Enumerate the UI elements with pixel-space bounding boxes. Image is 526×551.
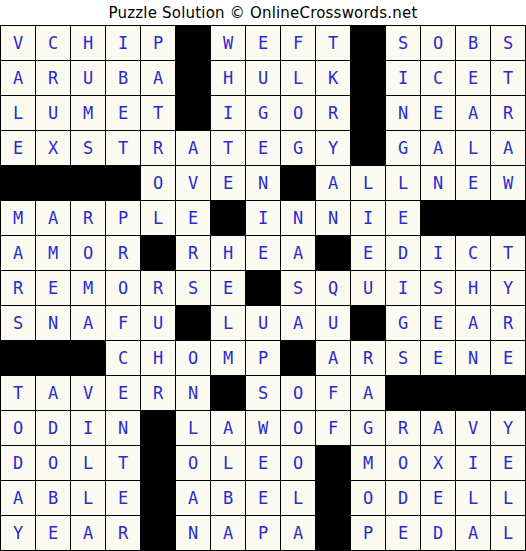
black-cell [456, 376, 490, 410]
letter-cell: L [491, 516, 525, 550]
black-cell [316, 516, 350, 550]
letter-cell: W [491, 166, 525, 200]
letter-cell: I [351, 201, 385, 235]
black-cell [141, 516, 175, 550]
black-cell [176, 306, 210, 340]
letter-cell: N [456, 341, 490, 375]
letter-cell: M [71, 271, 105, 305]
letter-cell: O [421, 26, 455, 60]
letter-cell: O [351, 481, 385, 515]
black-cell [386, 376, 420, 410]
black-cell [316, 236, 350, 270]
letter-cell: O [1, 411, 35, 445]
black-cell [421, 376, 455, 410]
letter-cell: L [456, 481, 490, 515]
letter-cell: O [281, 376, 315, 410]
letter-cell: A [456, 96, 490, 130]
black-cell [1, 341, 35, 375]
letter-cell: E [246, 236, 280, 270]
black-cell [316, 481, 350, 515]
letter-cell: L [456, 131, 490, 165]
letter-cell: H [211, 61, 245, 95]
letter-cell: U [351, 271, 385, 305]
letter-cell: A [1, 61, 35, 95]
letter-cell: A [456, 516, 490, 550]
letter-cell: O [71, 236, 105, 270]
letter-cell: B [211, 481, 245, 515]
letter-cell: U [246, 61, 280, 95]
letter-cell: W [246, 411, 280, 445]
letter-cell: G [281, 131, 315, 165]
letter-cell: T [491, 61, 525, 95]
letter-cell: O [106, 271, 140, 305]
letter-cell: R [1, 271, 35, 305]
letter-cell: V [1, 26, 35, 60]
letter-cell: Y [491, 411, 525, 445]
letter-cell: M [211, 341, 245, 375]
black-cell [141, 446, 175, 480]
letter-cell: L [1, 96, 35, 130]
letter-cell: U [71, 61, 105, 95]
letter-cell: D [421, 516, 455, 550]
letter-cell: M [351, 446, 385, 480]
letter-cell: L [351, 166, 385, 200]
letter-cell: P [246, 341, 280, 375]
letter-cell: K [316, 61, 350, 95]
black-cell [351, 61, 385, 95]
letter-cell: S [176, 271, 210, 305]
letter-cell: D [1, 446, 35, 480]
letter-cell: F [316, 411, 350, 445]
letter-cell: L [281, 481, 315, 515]
letter-cell: W [211, 26, 245, 60]
letter-cell: M [1, 201, 35, 235]
letter-cell: V [71, 376, 105, 410]
letter-cell: A [176, 481, 210, 515]
black-cell [351, 306, 385, 340]
letter-cell: R [106, 236, 140, 270]
black-cell [36, 341, 70, 375]
letter-cell: C [421, 61, 455, 95]
letter-cell: Y [1, 516, 35, 550]
letter-cell: A [281, 306, 315, 340]
letter-cell: L [491, 481, 525, 515]
black-cell [176, 61, 210, 95]
letter-cell: F [106, 306, 140, 340]
letter-cell: R [316, 96, 350, 130]
letter-cell: A [316, 166, 350, 200]
letter-cell: Y [316, 131, 350, 165]
letter-cell: B [456, 26, 490, 60]
letter-cell: L [141, 201, 175, 235]
letter-cell: L [386, 166, 420, 200]
letter-cell: T [316, 26, 350, 60]
letter-cell: P [351, 516, 385, 550]
letter-cell: T [106, 131, 140, 165]
letter-cell: O [36, 446, 70, 480]
page-title: Puzzle Solution © OnlineCrosswords.net [108, 4, 417, 22]
letter-cell: P [141, 26, 175, 60]
black-cell [316, 446, 350, 480]
letter-cell: I [456, 446, 490, 480]
letter-cell: U [36, 96, 70, 130]
letter-cell: N [281, 201, 315, 235]
letter-cell: E [106, 96, 140, 130]
letter-cell: C [456, 236, 490, 270]
letter-cell: R [71, 201, 105, 235]
letter-cell: U [246, 306, 280, 340]
black-cell [71, 341, 105, 375]
letter-cell: V [176, 166, 210, 200]
letter-cell: G [351, 411, 385, 445]
letter-cell: G [246, 96, 280, 130]
letter-cell: E [36, 516, 70, 550]
letter-cell: Q [316, 271, 350, 305]
letter-cell: A [456, 306, 490, 340]
letter-cell: E [176, 201, 210, 235]
black-cell [211, 376, 245, 410]
letter-cell: A [176, 131, 210, 165]
letter-cell: S [386, 341, 420, 375]
letter-cell: M [36, 236, 70, 270]
letter-cell: R [141, 271, 175, 305]
letter-cell: R [106, 516, 140, 550]
letter-cell: G [386, 131, 420, 165]
black-cell [456, 201, 490, 235]
letter-cell: N [176, 376, 210, 410]
letter-cell: B [106, 61, 140, 95]
letter-cell: D [36, 411, 70, 445]
letter-cell: I [386, 61, 420, 95]
letter-cell: S [71, 131, 105, 165]
letter-cell: S [246, 376, 280, 410]
letter-cell: A [351, 376, 385, 410]
letter-cell: A [211, 411, 245, 445]
letter-cell: R [386, 411, 420, 445]
letter-cell: L [211, 306, 245, 340]
letter-cell: D [386, 236, 420, 270]
letter-cell: O [281, 411, 315, 445]
letter-cell: I [386, 271, 420, 305]
black-cell [281, 341, 315, 375]
letter-cell: H [456, 271, 490, 305]
letter-cell: P [246, 516, 280, 550]
letter-cell: Y [491, 271, 525, 305]
letter-cell: M [71, 96, 105, 130]
letter-cell: E [491, 341, 525, 375]
letter-cell: R [176, 236, 210, 270]
letter-cell: N [176, 516, 210, 550]
letter-cell: X [36, 131, 70, 165]
black-cell [421, 201, 455, 235]
letter-cell: A [141, 61, 175, 95]
letter-cell: A [211, 516, 245, 550]
letter-cell: E [106, 481, 140, 515]
letter-cell: E [36, 271, 70, 305]
letter-cell: V [456, 411, 490, 445]
letter-cell: T [491, 236, 525, 270]
letter-cell: R [141, 376, 175, 410]
letter-cell: N [246, 166, 280, 200]
letter-cell: O [176, 446, 210, 480]
letter-cell: H [141, 341, 175, 375]
letter-cell: R [491, 306, 525, 340]
letter-cell: U [141, 306, 175, 340]
letter-cell: A [491, 131, 525, 165]
letter-cell: A [36, 201, 70, 235]
letter-cell: E [246, 26, 280, 60]
letter-cell: O [386, 446, 420, 480]
black-cell [176, 26, 210, 60]
letter-cell: N [386, 96, 420, 130]
letter-cell: D [386, 481, 420, 515]
letter-cell: O [141, 166, 175, 200]
letter-cell: T [1, 376, 35, 410]
black-cell [106, 166, 140, 200]
letter-cell: A [421, 131, 455, 165]
letter-cell: A [281, 236, 315, 270]
black-cell [176, 96, 210, 130]
letter-cell: E [421, 306, 455, 340]
letter-cell: B [36, 481, 70, 515]
letter-cell: S [281, 271, 315, 305]
letter-cell: R [491, 96, 525, 130]
letter-cell: T [211, 131, 245, 165]
black-cell [246, 271, 280, 305]
letter-cell: A [71, 516, 105, 550]
black-cell [281, 166, 315, 200]
letter-cell: L [71, 481, 105, 515]
letter-cell: E [456, 61, 490, 95]
crossword-grid: VCHIPWEFTSOBSARUBAHULKICETLUMETIGORNEARE… [0, 25, 526, 551]
letter-cell: N [421, 166, 455, 200]
black-cell [36, 166, 70, 200]
letter-cell: A [71, 306, 105, 340]
letter-cell: G [386, 306, 420, 340]
black-cell [141, 236, 175, 270]
letter-cell: U [316, 306, 350, 340]
letter-cell: I [71, 411, 105, 445]
letter-cell: E [491, 446, 525, 480]
letter-cell: H [71, 26, 105, 60]
letter-cell: S [421, 271, 455, 305]
letter-cell: R [351, 341, 385, 375]
black-cell [211, 201, 245, 235]
black-cell [71, 166, 105, 200]
letter-cell: E [456, 166, 490, 200]
letter-cell: E [246, 446, 280, 480]
letter-cell: E [106, 376, 140, 410]
black-cell [1, 166, 35, 200]
letter-cell: L [211, 446, 245, 480]
letter-cell: E [246, 131, 280, 165]
letter-cell: L [176, 411, 210, 445]
letter-cell: F [281, 26, 315, 60]
letter-cell: O [281, 96, 315, 130]
letter-cell: E [246, 481, 280, 515]
letter-cell: N [36, 306, 70, 340]
black-cell [141, 481, 175, 515]
letter-cell: H [211, 236, 245, 270]
letter-cell: E [1, 131, 35, 165]
letter-cell: N [316, 201, 350, 235]
letter-cell: C [106, 341, 140, 375]
letter-cell: I [106, 26, 140, 60]
letter-cell: E [211, 166, 245, 200]
letter-cell: R [141, 131, 175, 165]
letter-cell: S [1, 306, 35, 340]
letter-cell: A [1, 481, 35, 515]
letter-cell: E [211, 271, 245, 305]
letter-cell: A [281, 516, 315, 550]
letter-cell: E [386, 201, 420, 235]
black-cell [491, 201, 525, 235]
letter-cell: E [351, 236, 385, 270]
letter-cell: L [71, 446, 105, 480]
letter-cell: O [281, 446, 315, 480]
letter-cell: T [141, 96, 175, 130]
letter-cell: X [421, 446, 455, 480]
letter-cell: C [36, 26, 70, 60]
letter-cell: N [106, 411, 140, 445]
letter-cell: A [421, 411, 455, 445]
letter-cell: R [36, 61, 70, 95]
letter-cell: E [386, 516, 420, 550]
letter-cell: I [211, 96, 245, 130]
letter-cell: O [176, 341, 210, 375]
letter-cell: E [421, 96, 455, 130]
letter-cell: E [421, 341, 455, 375]
black-cell [491, 376, 525, 410]
letter-cell: S [491, 26, 525, 60]
letter-cell: F [316, 376, 350, 410]
letter-cell: A [1, 236, 35, 270]
black-cell [351, 26, 385, 60]
letter-cell: E [421, 481, 455, 515]
letter-cell: I [421, 236, 455, 270]
black-cell [351, 96, 385, 130]
letter-cell: A [316, 341, 350, 375]
black-cell [351, 131, 385, 165]
black-cell [141, 411, 175, 445]
letter-cell: I [246, 201, 280, 235]
letter-cell: L [281, 61, 315, 95]
letter-cell: T [106, 446, 140, 480]
letter-cell: P [106, 201, 140, 235]
letter-cell: A [36, 376, 70, 410]
title-bar: Puzzle Solution © OnlineCrosswords.net [0, 0, 526, 25]
letter-cell: S [386, 26, 420, 60]
